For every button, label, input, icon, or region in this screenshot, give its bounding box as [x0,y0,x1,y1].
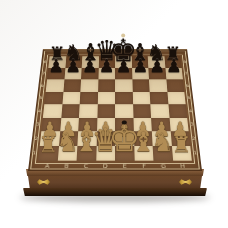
square-f3 [133,118,152,132]
brass-clasp-left [37,179,50,185]
square-e1 [115,146,134,161]
chess-set-photo: AABBCCDDEEFFGGHH1122334455667788 ♜♞♝♛♚♝♞… [0,0,228,228]
square-e8 [115,56,132,67]
square-e2 [115,131,134,145]
rank-label-left-1: 1 [32,151,36,156]
square-e4 [115,104,133,117]
square-c5 [80,92,98,105]
square-c8 [82,56,99,67]
square-c2 [77,131,96,145]
square-f5 [132,92,150,105]
square-c4 [79,104,97,117]
square-h6 [166,79,184,91]
square-f7 [132,68,149,80]
square-h3 [169,118,189,132]
square-b3 [60,118,79,132]
file-label-top-h: H [170,51,174,54]
rank-label-left-2: 2 [34,136,38,140]
square-e5 [115,92,133,105]
square-g6 [149,79,167,91]
square-d4 [97,104,115,117]
file-label-bottom-a: A [45,164,50,169]
box-front-drawer [28,176,202,188]
square-a1 [38,146,58,161]
rank-label-right-3: 3 [190,122,194,126]
file-label-bottom-d: D [103,164,108,169]
rank-label-right-4: 4 [189,109,193,113]
square-f6 [132,79,150,91]
square-a5 [44,92,63,105]
square-g8 [148,56,165,67]
rank-label-right-6: 6 [186,84,190,88]
file-label-top-d: D [105,51,109,54]
square-d2 [96,131,115,145]
rank-label-left-6: 6 [41,84,45,88]
box-base-molding [23,188,207,196]
file-label-bottom-e: E [123,164,127,169]
square-g5 [150,92,168,105]
square-e7 [115,68,132,80]
file-label-top-c: C [89,51,92,54]
file-label-bottom-h: H [180,164,185,169]
square-b7 [64,68,82,80]
black-king-finial [121,33,125,37]
square-d3 [97,118,115,132]
square-h5 [167,92,186,105]
file-label-bottom-g: G [161,164,166,169]
file-label-bottom-c: C [84,164,89,169]
square-d5 [97,92,115,105]
rank-label-right-2: 2 [192,136,196,140]
square-h4 [168,104,187,117]
square-g3 [151,118,170,132]
square-h2 [170,131,190,145]
square-a3 [41,118,61,132]
square-a8 [48,56,66,67]
rank-label-left-7: 7 [42,72,46,76]
brass-clasp-right [179,179,192,185]
square-d7 [98,68,115,80]
square-d8 [98,56,115,67]
board-squares [38,56,192,160]
square-c3 [78,118,97,132]
square-b1 [57,146,77,161]
square-g4 [150,104,169,117]
file-label-bottom-f: F [142,164,146,169]
square-c6 [80,79,98,91]
rank-label-left-5: 5 [39,96,43,100]
file-label-top-b: B [73,51,76,54]
square-c7 [81,68,98,80]
square-h8 [164,56,182,67]
file-label-top-g: G [154,51,158,54]
file-label-top-f: F [138,51,141,54]
square-e6 [115,79,132,91]
rank-label-right-5: 5 [187,96,191,100]
chess-board-top: AABBCCDDEEFFGGHH1122334455667788 [28,49,202,171]
rank-label-left-8: 8 [43,60,47,63]
square-f1 [134,146,154,161]
file-label-top-a: A [56,51,59,54]
square-a2 [40,131,60,145]
square-g1 [153,146,173,161]
square-e3 [115,118,133,132]
square-b6 [63,79,81,91]
square-b4 [61,104,80,117]
file-label-top-e: E [122,51,125,54]
square-a4 [43,104,62,117]
square-f4 [133,104,151,117]
square-b8 [65,56,82,67]
square-a7 [47,68,65,80]
square-d6 [98,79,115,91]
square-b5 [62,92,80,105]
square-a6 [46,79,64,91]
rank-label-right-8: 8 [183,60,187,63]
rank-label-left-3: 3 [36,122,40,126]
square-b2 [59,131,79,145]
square-f2 [133,131,152,145]
square-d1 [96,146,115,161]
file-label-bottom-b: B [64,164,69,169]
rank-label-right-7: 7 [184,72,188,76]
square-h7 [165,68,183,80]
square-g7 [148,68,166,80]
square-g2 [152,131,172,145]
rank-label-right-1: 1 [193,151,197,156]
square-h1 [171,146,191,161]
square-c1 [77,146,97,161]
square-f8 [131,56,148,67]
rank-label-left-4: 4 [37,109,41,113]
